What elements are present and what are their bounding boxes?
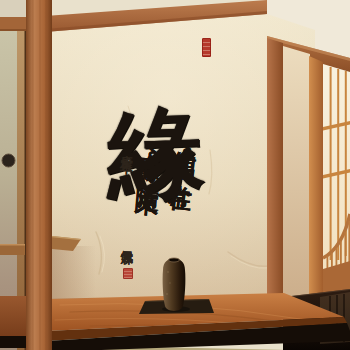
vase-shadow [162,306,190,312]
sliding-door [0,31,26,350]
pillar-grain [33,0,46,350]
door-rail [0,244,25,255]
platform-front [46,317,347,341]
date-inscription: 庚寅年 [120,144,133,157]
artist-signature: 佩霖 [121,240,134,244]
right-wall-strip [283,46,310,300]
floor-edge-highlight [283,290,350,298]
wall-above-door [0,0,27,17]
corner-post [267,38,283,297]
ceiling-right [267,0,350,58]
platform-shadow [46,323,350,350]
side-rail-highlight [52,237,81,240]
red-seal-top [202,38,211,57]
lower-board-shadow [0,336,27,348]
vase-speckles [166,271,171,295]
plaster-streaks [96,106,268,274]
round-door-pull [2,154,15,167]
vase-mat [139,299,214,314]
vase-foreground [0,0,350,350]
door-lintel-shadow [0,29,27,31]
calligraphy-column-right: 知福〻常在 [171,132,200,174]
tatami-floor [0,345,290,350]
window-lattice [323,67,350,260]
dark-glossy-floor [283,289,350,350]
shoji-paper [323,64,350,294]
lintel-beam [45,0,267,32]
lintel-beam-shadow [45,11,267,32]
platform-top [46,293,344,331]
window-bottom-rail [323,261,350,296]
door-rail-highlight [0,244,25,246]
window-reflection [320,292,350,344]
main-character: 緣 [104,24,201,27]
arched-lattice-slats [327,221,350,272]
door-stile [17,31,25,350]
door-gap [25,31,28,350]
reflected-slats [330,294,344,342]
platform-grain [55,304,305,335]
window-frame [309,56,323,300]
vase-mouth [169,258,180,262]
right-wall-beam [267,36,350,75]
recess-shading [52,246,96,299]
red-seal-bottom [123,268,133,279]
lower-board [0,296,27,336]
room-photo: 緣 知福〻常在 有緣〻隨來 庚寅年 佩霖 [0,0,350,350]
mat-edge [145,300,209,302]
door-lintel [0,17,27,31]
calligraphy-column-left: 有緣〻隨來 [138,135,165,176]
ceiling [0,0,350,78]
ceramic-vase [163,259,186,311]
arched-lattice-rail [323,214,350,258]
side-rail [52,236,81,251]
right-beam-highlight [267,36,350,61]
wood-pillar [26,0,52,350]
room-background [0,0,350,350]
